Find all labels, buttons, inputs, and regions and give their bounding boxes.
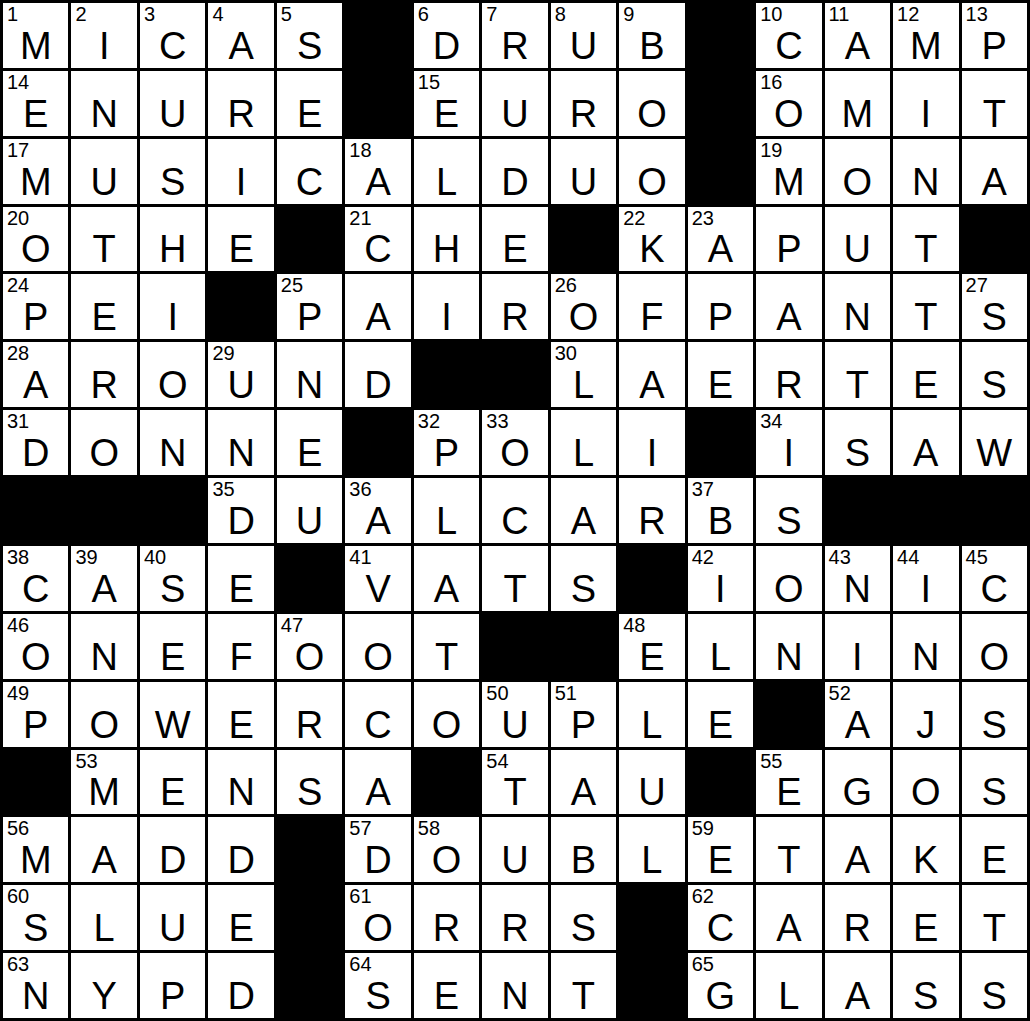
cell-r12c3[interactable]: E: [140, 750, 205, 815]
cell-letter: I: [852, 638, 863, 679]
cell-letter: E: [502, 230, 527, 271]
cell-letter: B: [639, 27, 664, 68]
black-cell-r10c8: [482, 614, 547, 679]
clue-number: 57: [349, 818, 371, 839]
cell-r6c2[interactable]: R: [71, 342, 136, 407]
cell-letter: O: [89, 434, 119, 475]
cell-r13c3[interactable]: D: [140, 817, 205, 882]
black-cell-r2c6: [345, 71, 410, 136]
cell-letter: R: [638, 502, 665, 543]
clue-number: 56: [7, 818, 29, 839]
cell-r2c10[interactable]: O: [619, 71, 684, 136]
cell-r13c8[interactable]: U: [482, 817, 547, 882]
black-cell-r3c11: [688, 139, 753, 204]
cell-letter: P: [708, 298, 733, 339]
clue-number: 11: [829, 4, 850, 25]
cell-letter: O: [500, 434, 530, 475]
cell-r9c9[interactable]: S: [551, 546, 616, 611]
cell-letter: A: [639, 366, 664, 407]
cell-r6c10[interactable]: A: [619, 342, 684, 407]
cell-letter: U: [227, 366, 254, 407]
cell-r6c15[interactable]: S: [962, 342, 1027, 407]
cell-r15c1[interactable]: 63N: [3, 953, 68, 1018]
cell-r15c8[interactable]: N: [482, 953, 547, 1018]
cell-r4c3[interactable]: H: [140, 207, 205, 272]
cell-letter: E: [297, 434, 322, 475]
cell-letter: U: [159, 909, 186, 950]
cell-r1c9[interactable]: 8U: [551, 3, 616, 68]
cell-r4c12[interactable]: P: [756, 207, 821, 272]
clue-number: 33: [486, 411, 508, 432]
cell-r13c1[interactable]: 56M: [3, 817, 68, 882]
cell-r3c1[interactable]: 17M: [3, 139, 68, 204]
cell-r3c4[interactable]: I: [208, 139, 273, 204]
cell-r10c15[interactable]: O: [962, 614, 1027, 679]
clue-number: 62: [692, 886, 714, 907]
cell-r4c13[interactable]: U: [825, 207, 890, 272]
cell-r10c12[interactable]: N: [756, 614, 821, 679]
cell-r4c8[interactable]: E: [482, 207, 547, 272]
cell-r9c11[interactable]: 42I: [688, 546, 753, 611]
black-cell-r8c2: [71, 478, 136, 543]
cell-r9c4[interactable]: E: [208, 546, 273, 611]
cell-letter: I: [921, 95, 932, 136]
clue-number: 35: [212, 479, 234, 500]
cell-letter: N: [912, 638, 939, 679]
cell-r6c1[interactable]: 28A: [3, 342, 68, 407]
cell-letter: A: [845, 841, 870, 882]
cell-r10c2[interactable]: N: [71, 614, 136, 679]
cell-r2c15[interactable]: T: [962, 71, 1027, 136]
cell-r3c9[interactable]: U: [551, 139, 616, 204]
cell-r14c1[interactable]: 60S: [3, 885, 68, 950]
cell-r3c8[interactable]: D: [482, 139, 547, 204]
cell-letter: I: [715, 570, 726, 611]
cell-r5c15[interactable]: 27S: [962, 274, 1027, 339]
cell-r4c7[interactable]: H: [414, 207, 479, 272]
cell-r11c6[interactable]: C: [345, 682, 410, 747]
cell-letter: O: [432, 841, 462, 882]
cell-letter: S: [845, 434, 870, 475]
cell-r6c3[interactable]: O: [140, 342, 205, 407]
cell-r4c14[interactable]: T: [893, 207, 958, 272]
cell-r6c14[interactable]: E: [893, 342, 958, 407]
cell-r7c2[interactable]: O: [71, 410, 136, 475]
cell-r5c10[interactable]: F: [619, 274, 684, 339]
cell-r9c14[interactable]: 44I: [893, 546, 958, 611]
cell-r2c3[interactable]: U: [140, 71, 205, 136]
cell-letter: T: [914, 230, 937, 271]
cell-r9c15[interactable]: 45C: [962, 546, 1027, 611]
cell-r10c3[interactable]: E: [140, 614, 205, 679]
cell-r3c10[interactable]: O: [619, 139, 684, 204]
cell-letter: L: [573, 434, 594, 475]
cell-r12c6[interactable]: A: [345, 750, 410, 815]
cell-r7c7[interactable]: 32P: [414, 410, 479, 475]
cell-letter: I: [236, 163, 247, 204]
cell-r11c2[interactable]: O: [71, 682, 136, 747]
cell-r7c13[interactable]: S: [825, 410, 890, 475]
cell-r3c5[interactable]: C: [277, 139, 342, 204]
cell-letter: R: [501, 909, 528, 950]
cell-r8c5[interactable]: U: [277, 478, 342, 543]
cell-r7c1[interactable]: 31D: [3, 410, 68, 475]
cell-r10c4[interactable]: F: [208, 614, 273, 679]
cell-r5c2[interactable]: E: [71, 274, 136, 339]
cell-letter: S: [776, 502, 801, 543]
cell-letter: A: [571, 773, 596, 814]
cell-letter: N: [296, 366, 323, 407]
cell-r12c13[interactable]: G: [825, 750, 890, 815]
cell-letter: O: [363, 638, 393, 679]
cell-letter: E: [708, 706, 733, 747]
cell-r9c8[interactable]: T: [482, 546, 547, 611]
black-cell-r4c15: [962, 207, 1027, 272]
cell-letter: R: [570, 95, 597, 136]
cell-letter: E: [913, 909, 938, 950]
cell-r1c15[interactable]: 13P: [962, 3, 1027, 68]
cell-letter: D: [433, 27, 460, 68]
cell-r1c14[interactable]: 12M: [893, 3, 958, 68]
cell-r14c7[interactable]: R: [414, 885, 479, 950]
cell-r12c15[interactable]: S: [962, 750, 1027, 815]
black-cell-r2c11: [688, 71, 753, 136]
cell-r4c6[interactable]: 21C: [345, 207, 410, 272]
cell-r6c9[interactable]: 30L: [551, 342, 616, 407]
cell-r12c8[interactable]: 54T: [482, 750, 547, 815]
cell-letter: P: [297, 298, 322, 339]
cell-r1c8[interactable]: 7R: [482, 3, 547, 68]
cell-r10c7[interactable]: T: [414, 614, 479, 679]
cell-r4c1[interactable]: 20O: [3, 207, 68, 272]
cell-r9c1[interactable]: 38C: [3, 546, 68, 611]
cell-letter: O: [363, 909, 393, 950]
cell-letter: D: [364, 366, 391, 407]
cell-letter: W: [976, 434, 1012, 475]
clue-number: 36: [349, 479, 371, 500]
cell-letter: R: [433, 909, 460, 950]
cell-r11c13[interactable]: 52A: [825, 682, 890, 747]
cell-r10c6[interactable]: O: [345, 614, 410, 679]
cell-r12c5[interactable]: S: [277, 750, 342, 815]
cell-r15c13[interactable]: A: [825, 953, 890, 1018]
cell-r9c7[interactable]: A: [414, 546, 479, 611]
cell-r10c11[interactable]: L: [688, 614, 753, 679]
cell-r14c13[interactable]: R: [825, 885, 890, 950]
cell-r11c7[interactable]: O: [414, 682, 479, 747]
cell-r3c12[interactable]: 19M: [756, 139, 821, 204]
cell-letter: D: [227, 977, 254, 1018]
cell-r13c4[interactable]: D: [208, 817, 273, 882]
cell-r5c1[interactable]: 24P: [3, 274, 68, 339]
cell-r7c10[interactable]: I: [619, 410, 684, 475]
cell-letter: S: [982, 298, 1007, 339]
cell-letter: A: [571, 502, 596, 543]
cell-letter: E: [160, 638, 185, 679]
cell-letter: N: [844, 298, 871, 339]
cell-r13c2[interactable]: A: [71, 817, 136, 882]
cell-r5c13[interactable]: N: [825, 274, 890, 339]
cell-r12c10[interactable]: U: [619, 750, 684, 815]
cell-r12c4[interactable]: N: [208, 750, 273, 815]
clue-number: 46: [7, 615, 29, 636]
clue-number: 47: [281, 615, 303, 636]
cell-r1c3[interactable]: 3C: [140, 3, 205, 68]
cell-letter: A: [365, 502, 390, 543]
cell-r14c11[interactable]: 62C: [688, 885, 753, 950]
cell-r6c4[interactable]: 29U: [208, 342, 273, 407]
black-cell-r7c6: [345, 410, 410, 475]
cell-r5c11[interactable]: P: [688, 274, 753, 339]
cell-letter: T: [93, 230, 116, 271]
cell-r3c6[interactable]: 18A: [345, 139, 410, 204]
cell-r9c2[interactable]: 39A: [71, 546, 136, 611]
cell-r1c2[interactable]: 2I: [71, 3, 136, 68]
cell-r10c13[interactable]: I: [825, 614, 890, 679]
cell-letter: W: [155, 706, 191, 747]
black-cell-r4c5: [277, 207, 342, 272]
cell-r2c7[interactable]: 15E: [414, 71, 479, 136]
cell-r1c5[interactable]: 5S: [277, 3, 342, 68]
cell-r3c7[interactable]: L: [414, 139, 479, 204]
cell-r11c11[interactable]: E: [688, 682, 753, 747]
cell-r15c3[interactable]: P: [140, 953, 205, 1018]
clue-number: 31: [7, 411, 29, 432]
cell-r1c4[interactable]: 4A: [208, 3, 273, 68]
cell-r8c11[interactable]: 37B: [688, 478, 753, 543]
cell-r8c9[interactable]: A: [551, 478, 616, 543]
clue-number: 2: [75, 4, 86, 25]
black-cell-r12c11: [688, 750, 753, 815]
cell-r15c2[interactable]: Y: [71, 953, 136, 1018]
cell-r8c12[interactable]: S: [756, 478, 821, 543]
cell-letter: D: [22, 434, 49, 475]
cell-r8c4[interactable]: 35D: [208, 478, 273, 543]
cell-r1c7[interactable]: 6D: [414, 3, 479, 68]
cell-r1c10[interactable]: 9B: [619, 3, 684, 68]
cell-r11c5[interactable]: R: [277, 682, 342, 747]
cell-r2c8[interactable]: U: [482, 71, 547, 136]
cell-r14c6[interactable]: 61O: [345, 885, 410, 950]
cell-r5c14[interactable]: T: [893, 274, 958, 339]
cell-r1c1[interactable]: 1M: [3, 3, 68, 68]
cell-letter: E: [23, 95, 48, 136]
cell-r13c11[interactable]: 59E: [688, 817, 753, 882]
cell-r2c5[interactable]: E: [277, 71, 342, 136]
cell-r14c15[interactable]: T: [962, 885, 1027, 950]
clue-number: 27: [966, 275, 988, 296]
cell-letter: A: [92, 841, 117, 882]
cell-letter: S: [571, 570, 596, 611]
cell-letter: E: [297, 95, 322, 136]
cell-letter: E: [228, 706, 253, 747]
black-cell-r11c12: [756, 682, 821, 747]
cell-r1c12[interactable]: 10C: [756, 3, 821, 68]
cell-r15c7[interactable]: E: [414, 953, 479, 1018]
cell-r13c7[interactable]: 58O: [414, 817, 479, 882]
cell-r8c6[interactable]: 36A: [345, 478, 410, 543]
cell-letter: S: [297, 773, 322, 814]
cell-letter: S: [23, 909, 48, 950]
cell-r11c4[interactable]: E: [208, 682, 273, 747]
cell-r3c14[interactable]: N: [893, 139, 958, 204]
clue-number: 43: [829, 547, 851, 568]
cell-r15c14[interactable]: S: [893, 953, 958, 1018]
cell-r11c8[interactable]: 50U: [482, 682, 547, 747]
cell-r9c3[interactable]: 40S: [140, 546, 205, 611]
cell-r12c9[interactable]: A: [551, 750, 616, 815]
cell-r3c3[interactable]: S: [140, 139, 205, 204]
cell-r3c13[interactable]: O: [825, 139, 890, 204]
cell-r14c14[interactable]: E: [893, 885, 958, 950]
black-cell-r6c7: [414, 342, 479, 407]
cell-r10c5[interactable]: 47O: [277, 614, 342, 679]
clue-number: 20: [7, 208, 29, 229]
cell-r15c4[interactable]: D: [208, 953, 273, 1018]
black-cell-r1c6: [345, 3, 410, 68]
cell-r7c12[interactable]: 34I: [756, 410, 821, 475]
cell-r13c14[interactable]: K: [893, 817, 958, 882]
cell-letter: A: [845, 706, 870, 747]
cell-r5c5[interactable]: 25P: [277, 274, 342, 339]
cell-r8c7[interactable]: L: [414, 478, 479, 543]
cell-r3c2[interactable]: U: [71, 139, 136, 204]
cell-letter: F: [640, 298, 663, 339]
cell-r8c8[interactable]: C: [482, 478, 547, 543]
cell-r1c13[interactable]: 11A: [825, 3, 890, 68]
cell-r5c12[interactable]: A: [756, 274, 821, 339]
cell-r13c6[interactable]: 57D: [345, 817, 410, 882]
cell-r13c9[interactable]: B: [551, 817, 616, 882]
cell-r15c12[interactable]: L: [756, 953, 821, 1018]
cell-r6c12[interactable]: R: [756, 342, 821, 407]
cell-r8c10[interactable]: R: [619, 478, 684, 543]
cell-letter: A: [776, 909, 801, 950]
cell-letter: P: [23, 298, 48, 339]
cell-letter: I: [99, 27, 110, 68]
cell-r5c9[interactable]: 26O: [551, 274, 616, 339]
cell-r3c15[interactable]: A: [962, 139, 1027, 204]
crossword-board: 1M2I3C4A5S6D7R8U9B10C11A12M13P14ENURE15E…: [0, 0, 1030, 1021]
cell-r2c14[interactable]: I: [893, 71, 958, 136]
cell-r7c15[interactable]: W: [962, 410, 1027, 475]
cell-r15c11[interactable]: 65G: [688, 953, 753, 1018]
cell-r6c6[interactable]: D: [345, 342, 410, 407]
cell-r14c4[interactable]: E: [208, 885, 273, 950]
cell-r11c10[interactable]: L: [619, 682, 684, 747]
cell-r13c10[interactable]: L: [619, 817, 684, 882]
cell-letter: S: [982, 706, 1007, 747]
cell-r2c13[interactable]: M: [825, 71, 890, 136]
cell-r2c4[interactable]: R: [208, 71, 273, 136]
cell-letter: A: [365, 773, 390, 814]
cell-letter: S: [365, 977, 390, 1018]
cell-letter: A: [228, 27, 253, 68]
cell-r15c9[interactable]: T: [551, 953, 616, 1018]
cell-letter: A: [92, 570, 117, 611]
cell-r13c13[interactable]: A: [825, 817, 890, 882]
cell-r12c14[interactable]: O: [893, 750, 958, 815]
cell-letter: R: [775, 366, 802, 407]
cell-r15c6[interactable]: 64S: [345, 953, 410, 1018]
cell-r13c12[interactable]: T: [756, 817, 821, 882]
cell-r2c9[interactable]: R: [551, 71, 616, 136]
cell-letter: F: [230, 638, 253, 679]
cell-r11c3[interactable]: W: [140, 682, 205, 747]
cell-r12c12[interactable]: 55E: [756, 750, 821, 815]
cell-r7c5[interactable]: E: [277, 410, 342, 475]
cell-r7c3[interactable]: N: [140, 410, 205, 475]
cell-letter: P: [434, 434, 459, 475]
cell-r14c8[interactable]: R: [482, 885, 547, 950]
cell-r9c13[interactable]: 43N: [825, 546, 890, 611]
cell-r11c14[interactable]: J: [893, 682, 958, 747]
cell-r7c9[interactable]: L: [551, 410, 616, 475]
cell-r10c1[interactable]: 46O: [3, 614, 68, 679]
cell-r2c1[interactable]: 14E: [3, 71, 68, 136]
clue-number: 14: [7, 72, 29, 93]
clue-number: 40: [144, 547, 166, 568]
cell-letter: O: [637, 95, 667, 136]
cell-letter: A: [365, 298, 390, 339]
cell-r11c9[interactable]: 51P: [551, 682, 616, 747]
cell-r10c10[interactable]: 48E: [619, 614, 684, 679]
cell-letter: N: [159, 434, 186, 475]
cell-r4c10[interactable]: 22K: [619, 207, 684, 272]
cell-letter: O: [89, 706, 119, 747]
cell-r13c15[interactable]: E: [962, 817, 1027, 882]
clue-number: 49: [7, 683, 29, 704]
cell-r4c4[interactable]: E: [208, 207, 273, 272]
black-cell-r8c13: [825, 478, 890, 543]
cell-r2c2[interactable]: N: [71, 71, 136, 136]
cell-r14c3[interactable]: U: [140, 885, 205, 950]
cell-r14c12[interactable]: A: [756, 885, 821, 950]
cell-r5c6[interactable]: A: [345, 274, 410, 339]
cell-r15c15[interactable]: S: [962, 953, 1027, 1018]
cell-r6c13[interactable]: T: [825, 342, 890, 407]
cell-r5c3[interactable]: I: [140, 274, 205, 339]
cell-r6c5[interactable]: N: [277, 342, 342, 407]
cell-r4c11[interactable]: 23A: [688, 207, 753, 272]
cell-r10c14[interactable]: N: [893, 614, 958, 679]
cell-r5c8[interactable]: R: [482, 274, 547, 339]
cell-letter: N: [912, 163, 939, 204]
clue-number: 30: [555, 343, 577, 364]
cell-r9c12[interactable]: O: [756, 546, 821, 611]
clue-number: 60: [7, 886, 29, 907]
cell-r7c14[interactable]: A: [893, 410, 958, 475]
cell-r4c2[interactable]: T: [71, 207, 136, 272]
cell-letter: S: [982, 977, 1007, 1018]
cell-r2c12[interactable]: 16O: [756, 71, 821, 136]
cell-letter: N: [90, 638, 117, 679]
cell-r5c7[interactable]: I: [414, 274, 479, 339]
clue-number: 8: [555, 4, 566, 25]
cell-r7c8[interactable]: 33O: [482, 410, 547, 475]
cell-r14c2[interactable]: L: [71, 885, 136, 950]
clue-number: 18: [349, 140, 371, 161]
cell-r12c2[interactable]: 53M: [71, 750, 136, 815]
cell-r14c9[interactable]: S: [551, 885, 616, 950]
cell-r11c15[interactable]: S: [962, 682, 1027, 747]
cell-r7c4[interactable]: N: [208, 410, 273, 475]
cell-letter: K: [913, 841, 938, 882]
cell-r6c11[interactable]: E: [688, 342, 753, 407]
cell-r9c6[interactable]: 41V: [345, 546, 410, 611]
cell-r11c1[interactable]: 49P: [3, 682, 68, 747]
cell-letter: S: [297, 27, 322, 68]
